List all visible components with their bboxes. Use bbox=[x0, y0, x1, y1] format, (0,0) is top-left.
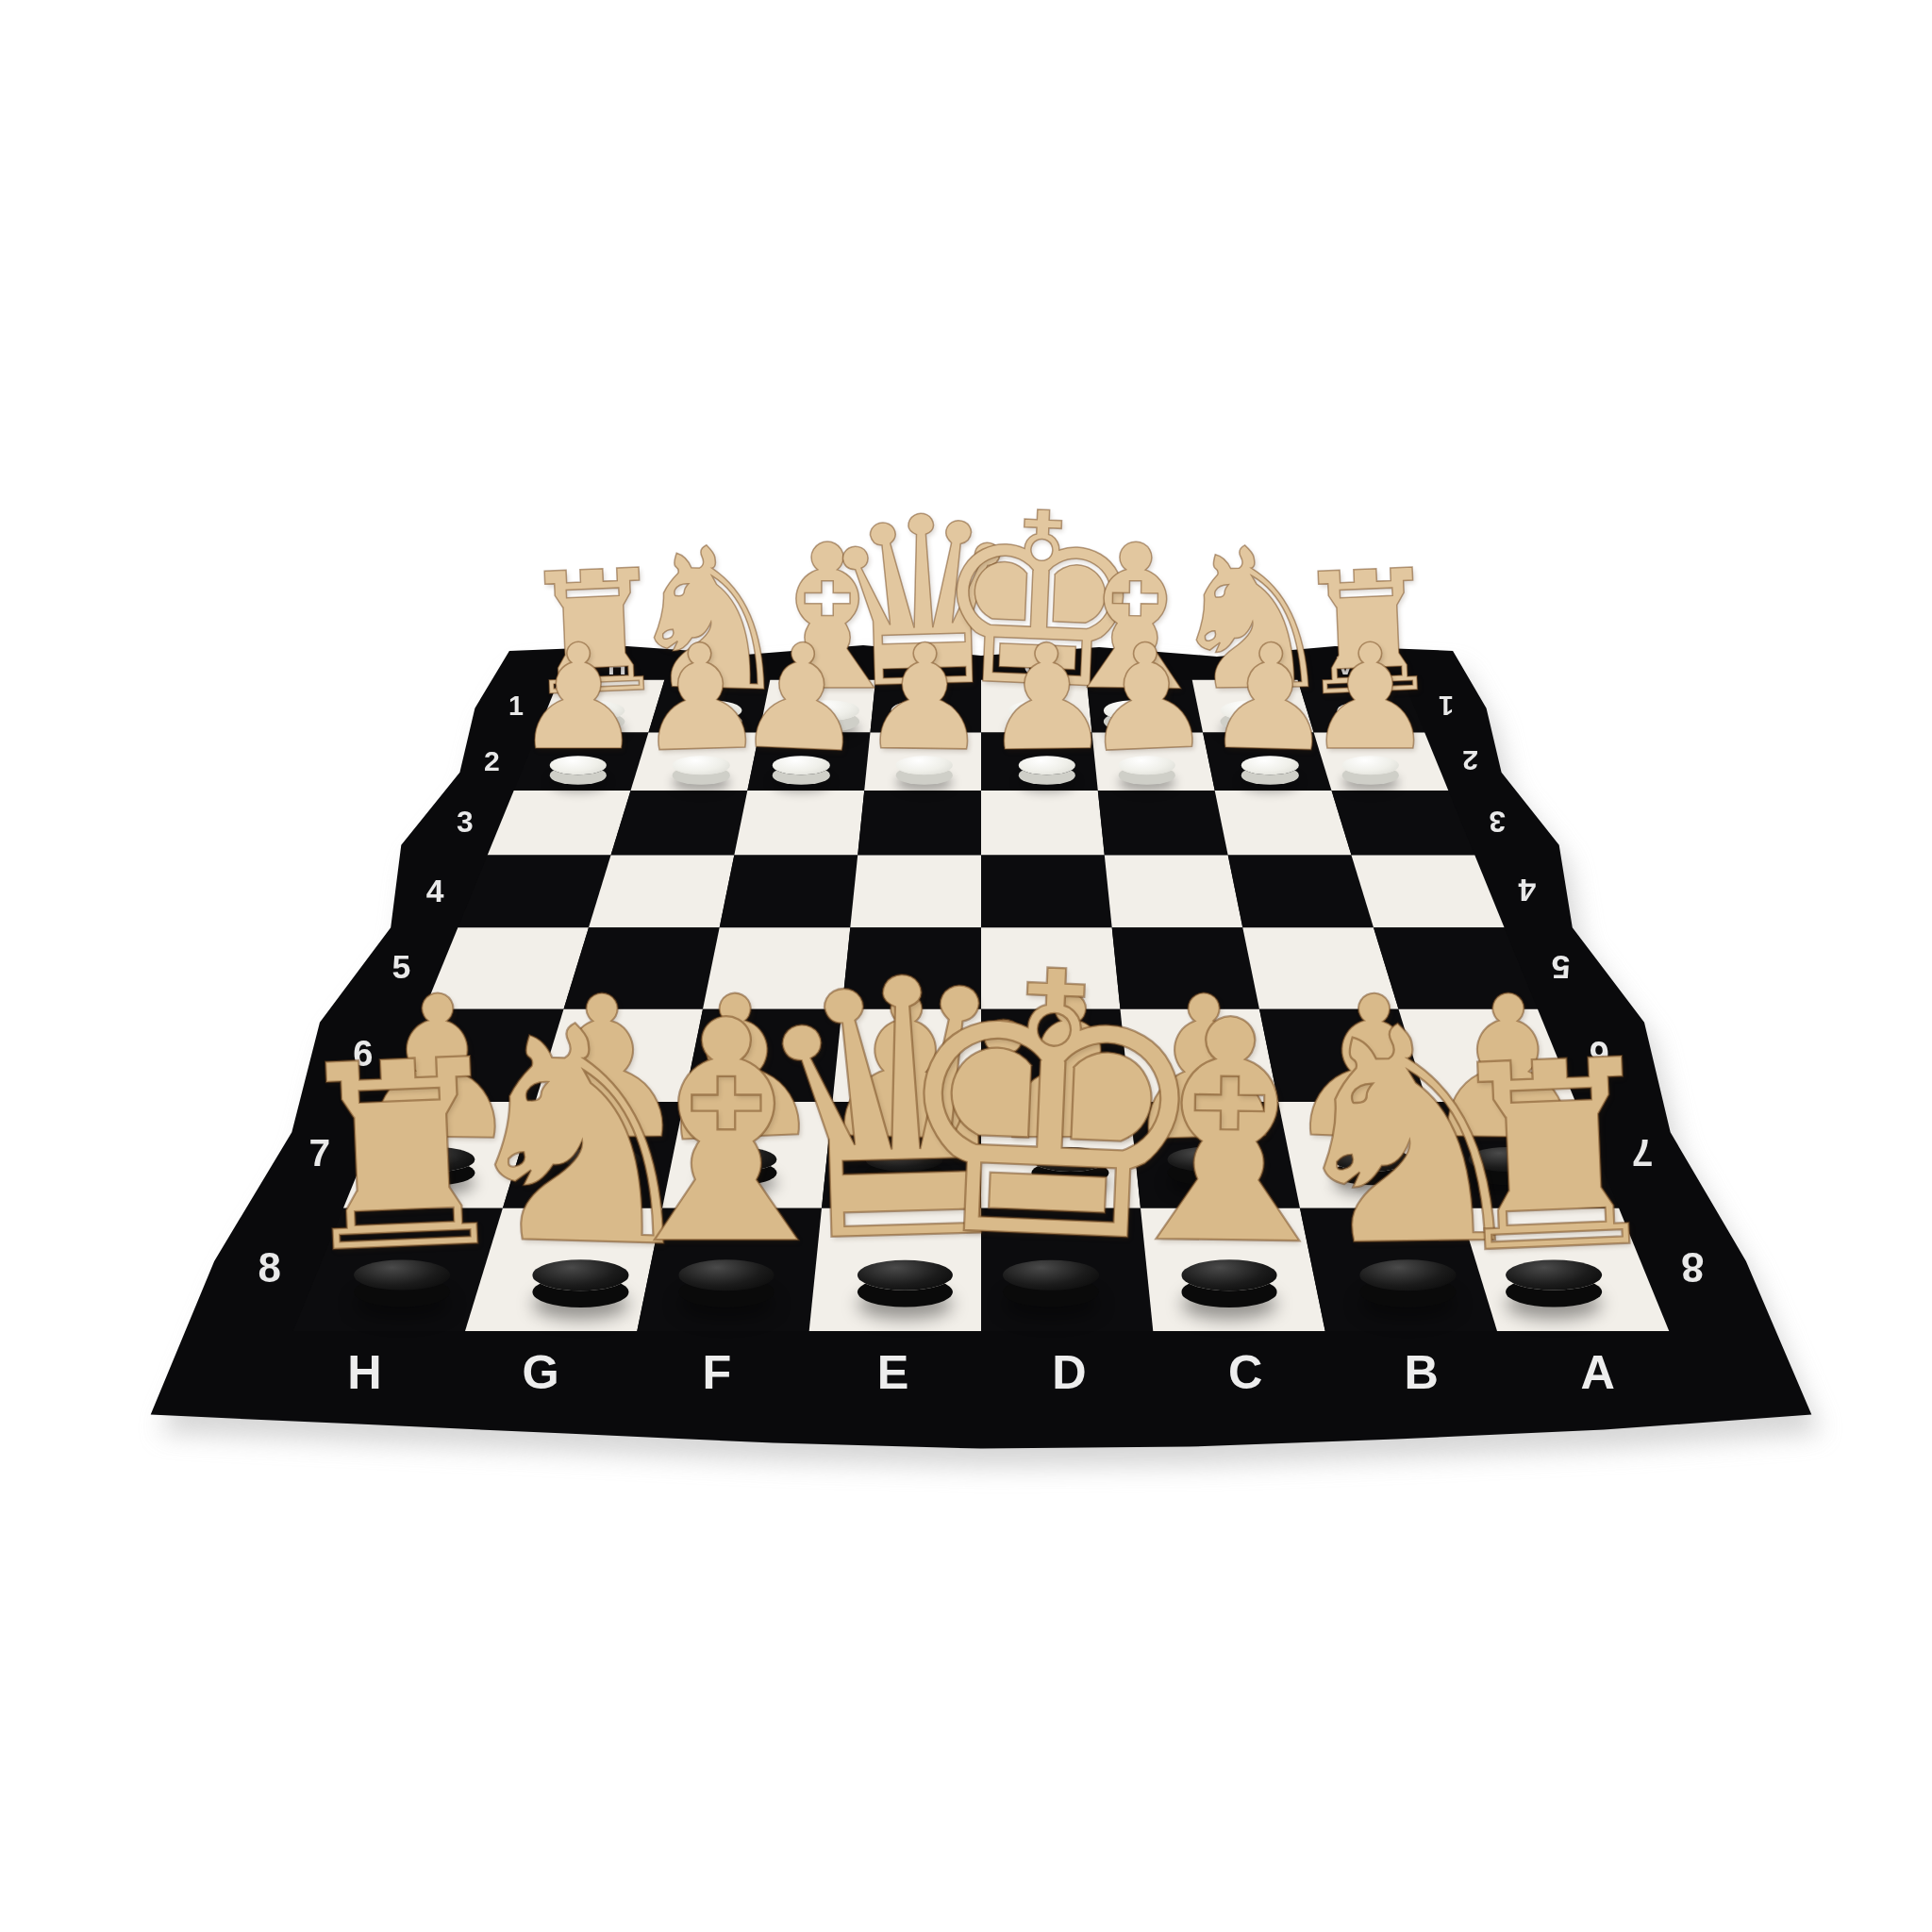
piece-white-pawn-h2: ♟ bbox=[513, 631, 643, 774]
piece-black-rook-a8: ♜ bbox=[1439, 1039, 1669, 1290]
piece-white-pawn-e2: ♟ bbox=[858, 631, 989, 774]
pawn-silhouette-icon: ♟ bbox=[1079, 628, 1215, 768]
chess-photo-scene: HHGGFFEEDDCCBBAA1122334455667788 ♜♞♝♛♚♝♞… bbox=[0, 0, 1932, 1932]
pawn-silhouette-icon: ♟ bbox=[1305, 631, 1435, 765]
pawn-silhouette-icon: ♟ bbox=[513, 631, 643, 765]
rook-silhouette-icon: ♜ bbox=[1434, 1034, 1674, 1279]
pieces-layer: ♜♞♝♛♚♝♞♜♟♟♟♟♟♟♟♟♟♟♟♟♟♟♟♟♜♞♝♛♚♝♞♜ bbox=[0, 0, 1932, 1932]
pawn-silhouette-icon: ♟ bbox=[858, 630, 990, 766]
piece-white-pawn-c2: ♟ bbox=[1082, 631, 1212, 774]
piece-white-pawn-f2: ♟ bbox=[736, 631, 866, 774]
piece-white-pawn-a2: ♟ bbox=[1305, 631, 1435, 774]
pawn-silhouette-icon: ♟ bbox=[733, 628, 869, 768]
